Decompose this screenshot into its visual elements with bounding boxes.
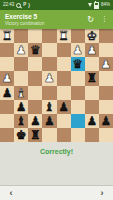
overflow-menu-icon[interactable]: ⋮ xyxy=(101,10,108,29)
square-h1[interactable] xyxy=(99,128,113,142)
square-c3[interactable] xyxy=(28,100,42,114)
white-pawn: ♟ xyxy=(101,57,112,71)
page-subtitle: Victory combination xyxy=(5,21,80,27)
square-g1[interactable] xyxy=(85,128,99,142)
white-pawn: ♟ xyxy=(72,43,83,57)
square-h8[interactable] xyxy=(99,29,113,43)
black-pawn: ♟ xyxy=(86,114,97,128)
square-b5[interactable] xyxy=(14,71,28,85)
square-b4[interactable]: ♝ xyxy=(14,86,28,100)
white-king: ♚ xyxy=(86,29,97,43)
white-rook: ♜ xyxy=(58,29,69,43)
square-g6[interactable] xyxy=(85,57,99,71)
status-bar: 22:43 P ) 84% xyxy=(0,0,113,10)
status-time: 22:43 xyxy=(3,0,14,10)
search-icon xyxy=(16,3,21,8)
square-a3[interactable] xyxy=(0,100,14,114)
square-b2[interactable]: ♝ xyxy=(14,114,28,128)
black-queen: ♛ xyxy=(72,57,83,71)
square-g8[interactable]: ♚ xyxy=(85,29,99,43)
square-a2[interactable] xyxy=(0,114,14,128)
square-d3[interactable]: ♝ xyxy=(42,100,56,114)
square-b1[interactable]: ♚ xyxy=(14,128,28,142)
page-title: Exercise 5 xyxy=(5,13,80,21)
square-g5[interactable]: ♜ xyxy=(85,71,99,85)
square-h7[interactable] xyxy=(99,43,113,57)
square-e2[interactable] xyxy=(57,114,71,128)
black-rook: ♜ xyxy=(30,128,41,142)
square-c7[interactable]: ♛ xyxy=(28,43,42,57)
square-g4[interactable] xyxy=(85,86,99,100)
square-h3[interactable] xyxy=(99,100,113,114)
white-rook: ♜ xyxy=(2,29,13,43)
chess-board: ♜♜♚♟♛♟♟♛♟♟♟♜♟♝♟♝♟♝♟♟♟♟♚♜ xyxy=(0,29,113,142)
square-d8[interactable] xyxy=(42,29,56,43)
black-pawn: ♟ xyxy=(16,100,27,114)
white-pawn: ♟ xyxy=(86,43,97,57)
square-h5[interactable] xyxy=(99,71,113,85)
p-icon: P xyxy=(23,0,26,10)
square-e3[interactable]: ♟ xyxy=(57,100,71,114)
square-c1[interactable]: ♜ xyxy=(28,128,42,142)
square-c6[interactable] xyxy=(28,57,42,71)
feedback-text: Correctly! xyxy=(40,148,73,155)
square-c2[interactable]: ♟ xyxy=(28,114,42,128)
square-e7[interactable] xyxy=(57,43,71,57)
square-g2[interactable]: ♟ xyxy=(85,114,99,128)
app-bar: Exercise 5 Victory combination ↻ ⋮ xyxy=(0,10,113,29)
white-pawn: ♟ xyxy=(44,71,55,85)
square-d5[interactable]: ♟ xyxy=(42,71,56,85)
square-c4[interactable] xyxy=(28,86,42,100)
bottom-nav: ‹ › xyxy=(0,185,113,200)
square-a8[interactable]: ♜ xyxy=(0,29,14,43)
nav-prev-button[interactable]: ‹ xyxy=(4,187,18,199)
white-pawn: ♟ xyxy=(2,71,13,85)
square-b8[interactable] xyxy=(14,29,28,43)
white-bishop: ♝ xyxy=(16,86,27,100)
square-f3[interactable] xyxy=(71,100,85,114)
battery-percent: 84% xyxy=(101,0,110,10)
square-d1[interactable] xyxy=(42,128,56,142)
square-a5[interactable]: ♟ xyxy=(0,71,14,85)
square-f4[interactable] xyxy=(71,86,85,100)
app-bar-titles: Exercise 5 Victory combination xyxy=(5,13,80,27)
square-c5[interactable] xyxy=(28,71,42,85)
black-pawn: ♟ xyxy=(2,86,13,100)
battery-icon xyxy=(94,2,99,9)
square-f6[interactable]: ♛ xyxy=(71,57,85,71)
square-c8[interactable] xyxy=(28,29,42,43)
square-h4[interactable] xyxy=(99,86,113,100)
black-pawn: ♟ xyxy=(58,100,69,114)
square-e5[interactable] xyxy=(57,71,71,85)
square-e8[interactable]: ♜ xyxy=(57,29,71,43)
square-f2[interactable] xyxy=(71,114,85,128)
square-b6[interactable] xyxy=(14,57,28,71)
black-king: ♚ xyxy=(16,128,27,142)
square-d6[interactable] xyxy=(42,57,56,71)
white-pawn: ♟ xyxy=(16,43,27,57)
square-f5[interactable] xyxy=(71,71,85,85)
square-a6[interactable] xyxy=(0,57,14,71)
square-g7[interactable]: ♟ xyxy=(85,43,99,57)
square-a7[interactable] xyxy=(0,43,14,57)
square-f7[interactable]: ♟ xyxy=(71,43,85,57)
wifi-icon xyxy=(88,3,92,7)
square-a4[interactable]: ♟ xyxy=(0,86,14,100)
square-d4[interactable] xyxy=(42,86,56,100)
nav-next-button[interactable]: › xyxy=(95,187,109,199)
black-pawn: ♟ xyxy=(101,114,112,128)
square-h6[interactable]: ♟ xyxy=(99,57,113,71)
refresh-icon[interactable]: ↻ xyxy=(87,10,94,29)
square-d7[interactable] xyxy=(42,43,56,57)
black-pawn: ♟ xyxy=(44,114,55,128)
square-e1[interactable] xyxy=(57,128,71,142)
square-e4[interactable] xyxy=(57,86,71,100)
black-pawn: ♟ xyxy=(30,114,41,128)
content-area: Correctly! xyxy=(0,142,113,185)
black-bishop: ♝ xyxy=(44,100,55,114)
square-b7[interactable]: ♟ xyxy=(14,43,28,57)
square-e6[interactable] xyxy=(57,57,71,71)
square-g3[interactable] xyxy=(85,100,99,114)
square-f1[interactable] xyxy=(71,128,85,142)
square-d2[interactable]: ♟ xyxy=(42,114,56,128)
square-h2[interactable]: ♟ xyxy=(99,114,113,128)
moon-icon: ) xyxy=(28,0,30,10)
square-f8[interactable] xyxy=(71,29,85,43)
black-bishop: ♝ xyxy=(16,114,27,128)
square-a1[interactable] xyxy=(0,128,14,142)
app-screen: 22:43 P ) 84% Exercise 5 Victory combina… xyxy=(0,0,113,200)
black-rook: ♜ xyxy=(86,71,97,85)
square-b3[interactable]: ♟ xyxy=(14,100,28,114)
black-queen: ♛ xyxy=(30,43,41,57)
